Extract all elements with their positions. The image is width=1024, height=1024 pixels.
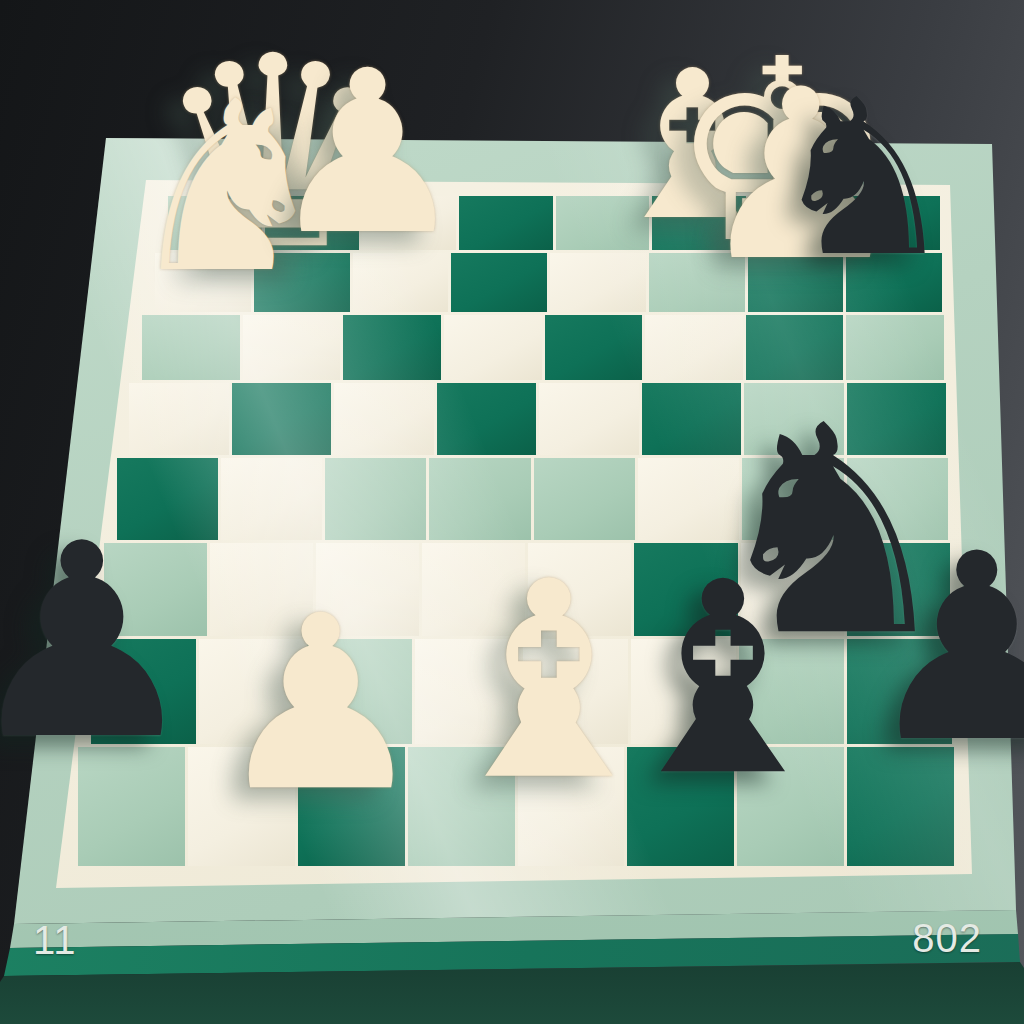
square-c5[interactable] <box>334 383 433 455</box>
square-c1[interactable] <box>298 747 405 866</box>
square-h4[interactable] <box>847 458 948 540</box>
square-g4[interactable] <box>742 458 843 540</box>
square-a5[interactable] <box>129 383 228 455</box>
board-number-left: 11 <box>33 918 77 963</box>
square-b6[interactable] <box>243 315 341 380</box>
square-b1[interactable] <box>188 747 295 866</box>
square-g2[interactable] <box>739 639 844 744</box>
chess-board-photo: 11 802 ♛♞♟♝♚♟♞♞♟♟♝♝♟ <box>0 0 1024 1024</box>
square-g8[interactable] <box>749 196 843 250</box>
square-h1[interactable] <box>847 747 954 866</box>
board-rank-7 <box>155 253 942 312</box>
square-d8[interactable] <box>459 196 553 250</box>
square-f1[interactable] <box>627 747 734 866</box>
square-f2[interactable] <box>631 639 736 744</box>
square-g5[interactable] <box>744 383 843 455</box>
square-h6[interactable] <box>846 315 944 380</box>
square-c4[interactable] <box>325 458 426 540</box>
square-f4[interactable] <box>638 458 739 540</box>
board-number-right: 802 <box>912 916 982 961</box>
square-a4[interactable] <box>117 458 218 540</box>
square-h2[interactable] <box>847 639 952 744</box>
square-e4[interactable] <box>534 458 635 540</box>
square-f6[interactable] <box>645 315 743 380</box>
square-e3[interactable] <box>528 543 631 636</box>
square-b7[interactable] <box>254 253 350 312</box>
square-a8[interactable] <box>168 196 262 250</box>
square-h8[interactable] <box>846 196 940 250</box>
square-d3[interactable] <box>422 543 525 636</box>
square-h3[interactable] <box>847 543 950 636</box>
square-c7[interactable] <box>353 253 449 312</box>
square-e1[interactable] <box>518 747 625 866</box>
square-b8[interactable] <box>265 196 359 250</box>
square-g3[interactable] <box>741 543 844 636</box>
square-e7[interactable] <box>550 253 646 312</box>
square-d7[interactable] <box>451 253 547 312</box>
square-f8[interactable] <box>652 196 746 250</box>
square-e5[interactable] <box>539 383 638 455</box>
board-rank-5 <box>129 383 946 455</box>
square-d6[interactable] <box>444 315 542 380</box>
board-rank-2 <box>91 639 952 744</box>
square-a6[interactable] <box>142 315 240 380</box>
square-e6[interactable] <box>545 315 643 380</box>
square-f3[interactable] <box>634 543 737 636</box>
square-b2[interactable] <box>199 639 304 744</box>
square-c6[interactable] <box>343 315 441 380</box>
square-h7[interactable] <box>846 253 942 312</box>
board-rank-6 <box>142 315 944 380</box>
board-rank-1 <box>78 747 954 866</box>
square-e2[interactable] <box>523 639 628 744</box>
square-d1[interactable] <box>408 747 515 866</box>
square-f5[interactable] <box>642 383 741 455</box>
square-d2[interactable] <box>415 639 520 744</box>
square-f7[interactable] <box>649 253 745 312</box>
square-a2[interactable] <box>91 639 196 744</box>
square-e8[interactable] <box>556 196 650 250</box>
square-a1[interactable] <box>78 747 185 866</box>
square-g6[interactable] <box>746 315 844 380</box>
square-h5[interactable] <box>847 383 946 455</box>
square-d5[interactable] <box>437 383 536 455</box>
square-a7[interactable] <box>155 253 251 312</box>
square-g1[interactable] <box>737 747 844 866</box>
square-a3[interactable] <box>104 543 207 636</box>
square-b5[interactable] <box>232 383 331 455</box>
square-b4[interactable] <box>221 458 322 540</box>
square-d4[interactable] <box>429 458 530 540</box>
square-b3[interactable] <box>210 543 313 636</box>
square-c3[interactable] <box>316 543 419 636</box>
chessboard-grid <box>0 0 1024 1024</box>
board-rank-3 <box>104 543 950 636</box>
board-rank-8 <box>168 196 940 250</box>
square-g7[interactable] <box>748 253 844 312</box>
square-c2[interactable] <box>307 639 412 744</box>
square-c8[interactable] <box>362 196 456 250</box>
board-rank-4 <box>117 458 948 540</box>
